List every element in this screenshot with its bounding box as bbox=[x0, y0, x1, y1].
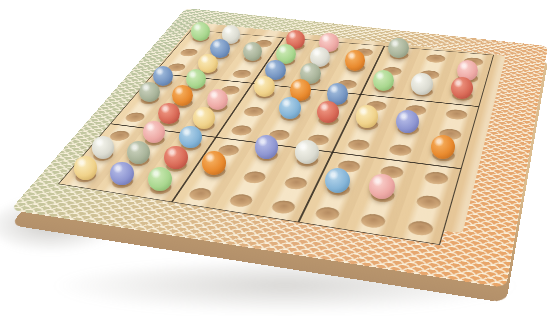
product-photo-stage bbox=[0, 0, 550, 316]
ball-r5c3-pink[interactable] bbox=[207, 89, 228, 110]
ball-r9c1-yellow[interactable] bbox=[74, 156, 97, 179]
ball-r5c7-yellow[interactable] bbox=[356, 105, 379, 128]
ball-r6c9-orange[interactable] bbox=[431, 135, 455, 159]
balls-layer bbox=[0, 0, 550, 316]
ball-r4c4-yellow[interactable] bbox=[254, 76, 275, 97]
ball-r7c6-white[interactable] bbox=[295, 140, 319, 164]
ball-r3c8-white[interactable] bbox=[411, 73, 433, 95]
ball-r7c5-periwinkle[interactable] bbox=[255, 135, 278, 158]
ball-r7c3-lightblue[interactable] bbox=[179, 126, 202, 149]
ball-r3c7-lightgreen[interactable] bbox=[373, 70, 394, 91]
ball-r8c7-lightblue[interactable] bbox=[325, 168, 350, 193]
ball-r8c3-red[interactable] bbox=[164, 146, 187, 169]
ball-r6c3-yellow[interactable] bbox=[193, 107, 215, 129]
ball-r4c1-blue[interactable] bbox=[153, 66, 173, 86]
ball-r2c3-sage[interactable] bbox=[243, 42, 263, 62]
ball-r3c9-red[interactable] bbox=[451, 77, 473, 99]
ball-r9c3-lightgreen[interactable] bbox=[148, 167, 172, 191]
ball-r5c1-sage[interactable] bbox=[139, 82, 160, 103]
ball-r6c2-red[interactable] bbox=[158, 103, 180, 125]
ball-r8c4-orange[interactable] bbox=[202, 151, 226, 175]
ball-r5c2-orange[interactable] bbox=[172, 85, 193, 106]
ball-r9c2-periwinkle[interactable] bbox=[110, 162, 134, 186]
ball-r8c8-pink[interactable] bbox=[369, 174, 394, 199]
ball-r1c1-lightgreen[interactable] bbox=[191, 22, 210, 41]
ball-r2c6-orange[interactable] bbox=[345, 50, 365, 70]
ball-r7c2-pink[interactable] bbox=[143, 121, 165, 143]
ball-r8c1-white[interactable] bbox=[92, 136, 115, 159]
ball-r5c5-lightblue[interactable] bbox=[279, 97, 301, 119]
ball-r8c2-sage[interactable] bbox=[127, 141, 150, 164]
ball-r5c8-periwinkle[interactable] bbox=[396, 110, 419, 133]
ball-r1c7-sage[interactable] bbox=[388, 38, 408, 58]
ball-r5c6-red[interactable] bbox=[317, 101, 339, 123]
